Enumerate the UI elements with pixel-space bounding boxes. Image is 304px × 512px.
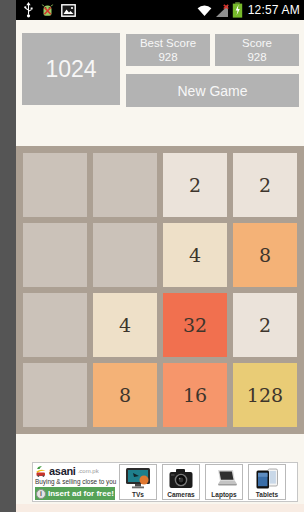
- ad-banner[interactable]: asani .com.pk Buying & selling close to …: [32, 462, 298, 502]
- usb-icon: [23, 2, 34, 18]
- screenshot-icon: [61, 4, 76, 17]
- ad-categories: TVs Cameras: [119, 464, 286, 500]
- ad-category-label: Cameras: [167, 492, 194, 499]
- ad-brand-domain: .com.pk: [78, 468, 99, 474]
- asani-logo-icon: [35, 465, 47, 477]
- ad-category-tablets[interactable]: Tablets: [248, 464, 286, 500]
- ad-brand-name: asani: [49, 465, 76, 477]
- tile-2: 2: [233, 293, 297, 357]
- ad-category-label: Tablets: [256, 492, 278, 499]
- android-debug-icon: [41, 3, 54, 17]
- wifi-icon: [197, 4, 212, 17]
- best-score-label: Best Score: [140, 36, 196, 50]
- ad-category-label: Laptops: [211, 492, 236, 499]
- ad-category-cameras[interactable]: Cameras: [162, 464, 200, 500]
- clock: 12:57 AM: [246, 3, 300, 17]
- laptop-icon: [210, 465, 238, 492]
- ad-category-laptops[interactable]: Laptops: [205, 464, 243, 500]
- ad-cta-button[interactable]: i Insert ad for free!: [35, 487, 115, 500]
- camera-icon: [168, 465, 194, 492]
- board-cell-empty: [23, 363, 87, 427]
- tile-2: 2: [233, 153, 297, 217]
- app-logo-tile: 1024: [22, 33, 120, 105]
- board-cell-empty: [23, 223, 87, 287]
- tile-2: 2: [163, 153, 227, 217]
- ad-brand-section[interactable]: asani .com.pk Buying & selling close to …: [33, 463, 115, 501]
- signal-no-service-icon: [215, 4, 229, 17]
- tablets-icon: [255, 465, 279, 492]
- tile-8: 8: [93, 363, 157, 427]
- app-screen: 12:57 AM 1024 Best Score 928 Score 928 N…: [16, 0, 304, 512]
- best-score-box: Best Score 928: [126, 34, 210, 66]
- new-game-button[interactable]: New Game: [126, 74, 299, 107]
- ad-category-tvs[interactable]: TVs: [119, 464, 157, 500]
- footer-strip: [16, 504, 304, 512]
- info-circle-icon: i: [36, 489, 46, 499]
- status-bar-right-icons: 12:57 AM: [197, 2, 304, 18]
- board-cell-empty: [23, 293, 87, 357]
- board[interactable]: 22484322816128: [16, 146, 304, 434]
- tile-32: 32: [163, 293, 227, 357]
- score-box: Score 928: [215, 34, 299, 66]
- ad-tagline: Buying & selling close to you: [35, 478, 115, 485]
- ad-cta-label: Insert ad for free!: [48, 489, 114, 498]
- ad-category-label: TVs: [132, 492, 144, 499]
- tile-128: 128: [233, 363, 297, 427]
- board-cell-empty: [93, 223, 157, 287]
- best-score-value: 928: [158, 50, 177, 64]
- tile-4: 4: [93, 293, 157, 357]
- tv-icon: [125, 465, 151, 492]
- status-bar-left-icons: [16, 2, 76, 18]
- tile-4: 4: [163, 223, 227, 287]
- tile-8: 8: [233, 223, 297, 287]
- board-cell-empty: [93, 153, 157, 217]
- battery-charging-icon: [232, 2, 243, 18]
- tile-16: 16: [163, 363, 227, 427]
- status-bar: 12:57 AM: [16, 0, 304, 20]
- board-cell-empty: [23, 153, 87, 217]
- score-label: Score: [242, 36, 272, 50]
- score-value: 928: [247, 50, 266, 64]
